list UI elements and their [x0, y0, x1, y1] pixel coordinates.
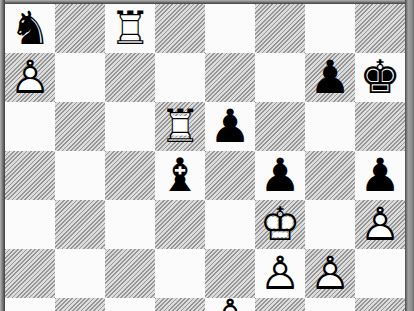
- white-pawn-icon: ♙: [9, 53, 50, 102]
- square-g4[interactable]: [305, 200, 355, 249]
- square-d4[interactable]: [155, 200, 205, 249]
- square-b7[interactable]: [55, 53, 105, 102]
- white-rook[interactable]: ♜♖: [155, 102, 205, 151]
- white-king[interactable]: ♚♔: [255, 200, 305, 249]
- square-h5[interactable]: ♟: [355, 151, 405, 200]
- black-king-icon: ♚: [359, 53, 400, 102]
- square-f4[interactable]: ♚♔: [255, 200, 305, 249]
- square-a8[interactable]: ♞: [5, 4, 55, 53]
- square-d7[interactable]: [155, 53, 205, 102]
- square-f6[interactable]: [255, 102, 305, 151]
- white-pawn[interactable]: ♟♙: [305, 249, 355, 298]
- square-e8[interactable]: [205, 4, 255, 53]
- chess-diagram: ♞♜♖♟♙♟♚♜♖♟♝♟♟♚♔♟♙♟♙♟♙♟♙: [0, 0, 414, 311]
- square-f7[interactable]: [255, 53, 305, 102]
- square-c2[interactable]: [105, 298, 155, 311]
- square-b5[interactable]: [55, 151, 105, 200]
- square-a3[interactable]: [5, 249, 55, 298]
- square-h3[interactable]: [355, 249, 405, 298]
- square-c7[interactable]: [105, 53, 155, 102]
- square-b3[interactable]: [55, 249, 105, 298]
- black-pawn[interactable]: ♟: [355, 151, 405, 200]
- square-a6[interactable]: [5, 102, 55, 151]
- square-f8[interactable]: [255, 4, 305, 53]
- black-pawn-icon: ♟: [209, 102, 250, 151]
- square-g8[interactable]: [305, 4, 355, 53]
- black-bishop[interactable]: ♝: [155, 151, 205, 200]
- square-g6[interactable]: [305, 102, 355, 151]
- white-pawn-icon: ♙: [259, 249, 300, 298]
- white-pawn-icon: ♙: [209, 292, 250, 311]
- white-rook-icon: ♖: [109, 4, 150, 53]
- white-pawn[interactable]: ♟♙: [205, 292, 255, 311]
- white-rook[interactable]: ♜♖: [105, 4, 155, 53]
- black-king[interactable]: ♚: [355, 53, 405, 102]
- white-pawn[interactable]: ♟♙: [5, 53, 55, 102]
- square-g5[interactable]: [305, 151, 355, 200]
- black-pawn[interactable]: ♟: [205, 102, 255, 151]
- board-frame-left: [0, 0, 5, 311]
- square-d3[interactable]: [155, 249, 205, 298]
- square-d2[interactable]: [155, 298, 205, 311]
- square-e6[interactable]: ♟: [205, 102, 255, 151]
- black-pawn[interactable]: ♟: [305, 53, 355, 102]
- square-e5[interactable]: [205, 151, 255, 200]
- white-king-icon: ♔: [259, 200, 300, 249]
- board-frame-top: [0, 0, 414, 4]
- square-g7[interactable]: ♟: [305, 53, 355, 102]
- square-b4[interactable]: [55, 200, 105, 249]
- square-f5[interactable]: ♟: [255, 151, 305, 200]
- chess-board: ♞♜♖♟♙♟♚♜♖♟♝♟♟♚♔♟♙♟♙♟♙♟♙: [5, 4, 405, 311]
- square-f3[interactable]: ♟♙: [255, 249, 305, 298]
- square-c3[interactable]: [105, 249, 155, 298]
- square-c6[interactable]: [105, 102, 155, 151]
- square-g3[interactable]: ♟♙: [305, 249, 355, 298]
- white-pawn[interactable]: ♟♙: [355, 200, 405, 249]
- square-h4[interactable]: ♟♙: [355, 200, 405, 249]
- square-c8[interactable]: ♜♖: [105, 4, 155, 53]
- square-a7[interactable]: ♟♙: [5, 53, 55, 102]
- square-a2[interactable]: [5, 298, 55, 311]
- square-e7[interactable]: [205, 53, 255, 102]
- square-b8[interactable]: [55, 4, 105, 53]
- white-pawn[interactable]: ♟♙: [255, 249, 305, 298]
- square-b2[interactable]: [55, 298, 105, 311]
- black-pawn-icon: ♟: [309, 53, 350, 102]
- square-h6[interactable]: [355, 102, 405, 151]
- square-e2[interactable]: ♟♙: [205, 298, 255, 311]
- white-rook-icon: ♖: [159, 102, 200, 151]
- square-b6[interactable]: [55, 102, 105, 151]
- black-bishop-icon: ♝: [159, 151, 200, 200]
- black-knight[interactable]: ♞: [5, 4, 55, 53]
- square-h7[interactable]: ♚: [355, 53, 405, 102]
- square-c4[interactable]: [105, 200, 155, 249]
- black-pawn[interactable]: ♟: [255, 151, 305, 200]
- square-c5[interactable]: [105, 151, 155, 200]
- square-h8[interactable]: [355, 4, 405, 53]
- square-a4[interactable]: [5, 200, 55, 249]
- board-frame-right: [405, 0, 414, 311]
- square-h2[interactable]: [355, 298, 405, 311]
- black-pawn-icon: ♟: [359, 151, 400, 200]
- square-e4[interactable]: [205, 200, 255, 249]
- square-d5[interactable]: ♝: [155, 151, 205, 200]
- white-pawn-icon: ♙: [359, 200, 400, 249]
- black-knight-icon: ♞: [9, 4, 50, 53]
- white-pawn-icon: ♙: [309, 249, 350, 298]
- square-d8[interactable]: [155, 4, 205, 53]
- square-d6[interactable]: ♜♖: [155, 102, 205, 151]
- square-a5[interactable]: [5, 151, 55, 200]
- black-pawn-icon: ♟: [259, 151, 300, 200]
